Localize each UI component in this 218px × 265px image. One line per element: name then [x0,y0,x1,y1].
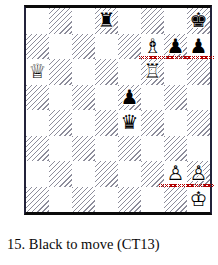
piece-white-pawn-g2: ♙ [164,161,187,187]
square-a3 [26,136,49,162]
square-a8 [26,8,49,34]
square-e7 [118,34,141,60]
square-d7 [95,34,118,60]
square-b4 [49,110,72,136]
square-c3 [72,136,95,162]
square-b3 [49,136,72,162]
square-h8: ♚ [187,8,210,34]
square-e3 [118,136,141,162]
square-g4 [164,110,187,136]
square-c8 [72,8,95,34]
square-h4 [187,110,210,136]
square-b1 [49,187,72,213]
square-a5 [26,85,49,111]
piece-white-rook-f6: ♖ [141,59,164,85]
square-c6 [72,59,95,85]
piece-black-queen-e4: ♛ [118,110,141,136]
square-b7 [49,34,72,60]
square-h5 [187,85,210,111]
square-c5 [72,85,95,111]
spellcheck-underline-rank2 [159,184,214,187]
square-h1: ♔ [187,187,210,213]
square-c2 [72,161,95,187]
piece-white-king-h1: ♔ [187,187,210,213]
square-c7 [72,34,95,60]
square-f6: ♖ [141,59,164,85]
square-f4 [141,110,164,136]
square-f1 [141,187,164,213]
square-f3 [141,136,164,162]
square-d4 [95,110,118,136]
square-b5 [49,85,72,111]
square-a2 [26,161,49,187]
piece-white-pawn-h2: ♙ [187,161,210,187]
square-g3 [164,136,187,162]
spellcheck-underline-rank7 [139,56,214,59]
scanned-diagram-page: ♜♚♗♟♟♕♖♟♛♙♙♔ 15. Black to move (CT13) [0,0,218,265]
square-d5 [95,85,118,111]
square-a4 [26,110,49,136]
square-f5 [141,85,164,111]
square-f8 [141,8,164,34]
square-d1 [95,187,118,213]
square-g2: ♙ [164,161,187,187]
square-e6 [118,59,141,85]
square-e2 [118,161,141,187]
square-b2 [49,161,72,187]
square-h2: ♙ [187,161,210,187]
square-c1 [72,187,95,213]
square-d8: ♜ [95,8,118,34]
square-h6 [187,59,210,85]
square-e8 [118,8,141,34]
piece-black-king-h8: ♚ [187,8,210,34]
square-h3 [187,136,210,162]
square-e1 [118,187,141,213]
square-c4 [72,110,95,136]
diagram-caption: 15. Black to move (CT13) [7,236,160,253]
square-e4: ♛ [118,110,141,136]
square-f2 [141,161,164,187]
square-g6 [164,59,187,85]
piece-white-queen-a6: ♕ [26,59,49,85]
square-g8 [164,8,187,34]
square-d6 [95,59,118,85]
square-d2 [95,161,118,187]
square-b6 [49,59,72,85]
square-b8 [49,8,72,34]
piece-black-rook-d8: ♜ [95,8,118,34]
piece-black-pawn-e5: ♟ [118,85,141,111]
square-a1 [26,187,49,213]
square-g1 [164,187,187,213]
square-g5 [164,85,187,111]
square-a7 [26,34,49,60]
square-d3 [95,136,118,162]
square-e5: ♟ [118,85,141,111]
square-a6: ♕ [26,59,49,85]
